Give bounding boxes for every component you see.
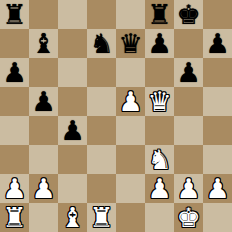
square-c7[interactable] [58, 29, 87, 58]
square-g2[interactable]: ♟ [174, 174, 203, 203]
chess-board: ♜♜♚♝♞♛♟♟♟♟♟♟♛♟♞♟♟♟♟♟♜♝♜♚ [0, 0, 232, 232]
square-e6[interactable] [116, 58, 145, 87]
square-b4[interactable] [29, 116, 58, 145]
square-e8[interactable] [116, 0, 145, 29]
square-a5[interactable] [0, 87, 29, 116]
piece-white-pawn: ♟ [205, 174, 229, 203]
square-d1[interactable]: ♜ [87, 203, 116, 232]
piece-white-knight: ♞ [147, 145, 171, 174]
square-f6[interactable] [145, 58, 174, 87]
square-f5[interactable]: ♛ [145, 87, 174, 116]
square-f1[interactable] [145, 203, 174, 232]
piece-black-pawn: ♟ [176, 58, 200, 87]
piece-black-pawn: ♟ [205, 29, 229, 58]
square-g1[interactable]: ♚ [174, 203, 203, 232]
square-g3[interactable] [174, 145, 203, 174]
square-e7[interactable]: ♛ [116, 29, 145, 58]
square-d5[interactable] [87, 87, 116, 116]
square-e3[interactable] [116, 145, 145, 174]
square-b6[interactable] [29, 58, 58, 87]
piece-white-rook: ♜ [2, 203, 26, 232]
square-f8[interactable]: ♜ [145, 0, 174, 29]
square-e4[interactable] [116, 116, 145, 145]
square-g6[interactable]: ♟ [174, 58, 203, 87]
piece-black-pawn: ♟ [60, 116, 84, 145]
piece-black-king: ♚ [176, 0, 200, 29]
square-g4[interactable] [174, 116, 203, 145]
piece-white-pawn: ♟ [118, 87, 142, 116]
piece-white-bishop: ♝ [60, 203, 84, 232]
piece-white-rook: ♜ [89, 203, 113, 232]
piece-black-bishop: ♝ [31, 29, 55, 58]
square-g5[interactable] [174, 87, 203, 116]
square-a2[interactable]: ♟ [0, 174, 29, 203]
square-d4[interactable] [87, 116, 116, 145]
square-h4[interactable] [203, 116, 232, 145]
square-h6[interactable] [203, 58, 232, 87]
square-f7[interactable]: ♟ [145, 29, 174, 58]
square-c2[interactable] [58, 174, 87, 203]
square-g8[interactable]: ♚ [174, 0, 203, 29]
square-d7[interactable]: ♞ [87, 29, 116, 58]
square-h2[interactable]: ♟ [203, 174, 232, 203]
piece-black-queen: ♛ [118, 29, 142, 58]
square-c8[interactable] [58, 0, 87, 29]
piece-white-pawn: ♟ [31, 174, 55, 203]
piece-white-queen: ♛ [147, 87, 171, 116]
piece-white-king: ♚ [176, 203, 200, 232]
square-h5[interactable] [203, 87, 232, 116]
piece-white-pawn: ♟ [176, 174, 200, 203]
square-c3[interactable] [58, 145, 87, 174]
square-h7[interactable]: ♟ [203, 29, 232, 58]
square-b8[interactable] [29, 0, 58, 29]
square-d8[interactable] [87, 0, 116, 29]
square-f3[interactable]: ♞ [145, 145, 174, 174]
square-h8[interactable] [203, 0, 232, 29]
piece-black-rook: ♜ [2, 0, 26, 29]
square-b2[interactable]: ♟ [29, 174, 58, 203]
square-b5[interactable]: ♟ [29, 87, 58, 116]
square-a8[interactable]: ♜ [0, 0, 29, 29]
square-a4[interactable] [0, 116, 29, 145]
piece-black-pawn: ♟ [31, 87, 55, 116]
square-g7[interactable] [174, 29, 203, 58]
square-a3[interactable] [0, 145, 29, 174]
square-c1[interactable]: ♝ [58, 203, 87, 232]
square-a1[interactable]: ♜ [0, 203, 29, 232]
square-b1[interactable] [29, 203, 58, 232]
square-f4[interactable] [145, 116, 174, 145]
piece-black-pawn: ♟ [2, 58, 26, 87]
square-c4[interactable]: ♟ [58, 116, 87, 145]
square-e2[interactable] [116, 174, 145, 203]
square-d6[interactable] [87, 58, 116, 87]
square-h3[interactable] [203, 145, 232, 174]
piece-black-knight: ♞ [89, 29, 113, 58]
piece-white-pawn: ♟ [2, 174, 26, 203]
square-e1[interactable] [116, 203, 145, 232]
square-d2[interactable] [87, 174, 116, 203]
square-a7[interactable] [0, 29, 29, 58]
square-b7[interactable]: ♝ [29, 29, 58, 58]
square-c6[interactable] [58, 58, 87, 87]
square-c5[interactable] [58, 87, 87, 116]
piece-black-rook: ♜ [147, 0, 171, 29]
piece-white-pawn: ♟ [147, 174, 171, 203]
piece-black-pawn: ♟ [147, 29, 171, 58]
square-f2[interactable]: ♟ [145, 174, 174, 203]
square-a6[interactable]: ♟ [0, 58, 29, 87]
square-e5[interactable]: ♟ [116, 87, 145, 116]
square-d3[interactable] [87, 145, 116, 174]
square-b3[interactable] [29, 145, 58, 174]
square-h1[interactable] [203, 203, 232, 232]
